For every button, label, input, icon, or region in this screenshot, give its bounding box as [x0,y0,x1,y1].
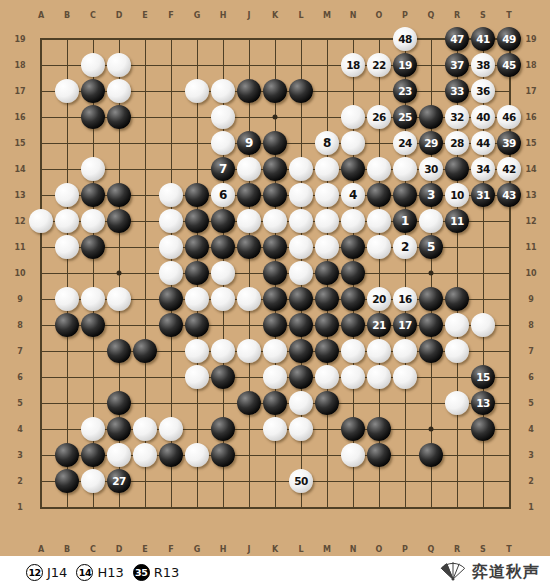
move-number-31: 31 [476,190,490,201]
caption-coord-label: R13 [154,565,180,580]
stone-D9[interactable] [107,287,131,311]
stone-G8[interactable] [185,313,209,337]
stone-O4[interactable] [367,417,391,441]
stone-P13[interactable] [393,183,417,207]
stone-F8[interactable] [159,313,183,337]
stone-B12[interactable] [55,209,79,233]
stone-C12[interactable] [81,209,105,233]
move-number-25: 25 [398,112,412,123]
stone-G9[interactable] [185,287,209,311]
stone-K8[interactable] [263,313,287,337]
hoshi-D10 [117,271,122,276]
stone-M9[interactable] [315,287,339,311]
stone-R12[interactable]: 11 [445,209,469,233]
move-number-39: 39 [502,138,516,149]
stone-R7[interactable] [445,339,469,363]
stone-F12[interactable] [159,209,183,233]
move-number-38: 38 [476,60,490,71]
hoshi-Q4 [429,427,434,432]
stone-Q11[interactable]: 5 [419,235,443,259]
stone-B9[interactable] [55,287,79,311]
stone-J7[interactable] [237,339,261,363]
move-number-22: 22 [372,60,386,71]
stone-O3[interactable] [367,443,391,467]
stone-Q7[interactable] [419,339,443,363]
stone-J14[interactable] [237,157,261,181]
black-stone-glyph-35: 35 [133,564,150,581]
move-number-44: 44 [476,138,490,149]
stone-M12[interactable] [315,209,339,233]
stone-C8[interactable] [81,313,105,337]
stone-C2[interactable] [81,469,105,493]
stone-R9[interactable] [445,287,469,311]
move-number-33: 33 [450,86,464,97]
stone-L9[interactable] [289,287,313,311]
stone-N8[interactable] [341,313,365,337]
stone-F13[interactable] [159,183,183,207]
stone-T19[interactable]: 49 [497,27,521,51]
stone-S5[interactable]: 13 [471,391,495,415]
stone-H3[interactable] [211,443,235,467]
stone-O14[interactable] [367,157,391,181]
stone-T14[interactable]: 42 [497,157,521,181]
move-number-48: 48 [398,34,412,45]
move-number-26: 26 [372,112,386,123]
stone-K12[interactable] [263,209,287,233]
stone-J13[interactable] [237,183,261,207]
stone-D17[interactable] [107,79,131,103]
stone-F11[interactable] [159,235,183,259]
move-number-29: 29 [424,138,438,149]
stone-G13[interactable] [185,183,209,207]
stone-P17[interactable]: 23 [393,79,417,103]
stone-H4[interactable] [211,417,235,441]
stone-D4[interactable] [107,417,131,441]
stone-D2[interactable]: 27 [107,469,131,493]
stone-Q13[interactable]: 3 [419,183,443,207]
stone-K11[interactable] [263,235,287,259]
stone-M13[interactable] [315,183,339,207]
stone-O6[interactable] [367,365,391,389]
move-number-10: 10 [450,190,464,201]
stone-S14[interactable]: 34 [471,157,495,181]
stone-E3[interactable] [133,443,157,467]
stone-M14[interactable] [315,157,339,181]
stone-K9[interactable] [263,287,287,311]
move-number-17: 17 [398,320,412,331]
caption-entry-move35: 35 R13 [133,564,180,581]
stone-B2[interactable] [55,469,79,493]
stone-N11[interactable] [341,235,365,259]
stone-H12[interactable] [211,209,235,233]
stone-S6[interactable]: 15 [471,365,495,389]
stone-T16[interactable]: 46 [497,105,521,129]
stone-L11[interactable] [289,235,313,259]
white-stone-glyph-12: 12 [26,564,43,581]
move-number-8: 8 [323,137,331,149]
stone-C13[interactable] [81,183,105,207]
stone-S15[interactable]: 44 [471,131,495,155]
stone-O18[interactable]: 22 [367,53,391,77]
stone-T15[interactable]: 39 [497,131,521,155]
move-number-19: 19 [398,60,412,71]
stone-R15[interactable]: 28 [445,131,469,155]
stone-O12[interactable] [367,209,391,233]
stone-F4[interactable] [159,417,183,441]
stone-D12[interactable] [107,209,131,233]
stone-K7[interactable] [263,339,287,363]
stone-R5[interactable] [445,391,469,415]
stone-J5[interactable] [237,391,261,415]
stone-L17[interactable] [289,79,313,103]
stone-H14[interactable]: 7 [211,157,235,181]
stone-P7[interactable] [393,339,417,363]
stone-H16[interactable] [211,105,235,129]
stone-P8[interactable]: 17 [393,313,417,337]
stone-N18[interactable]: 18 [341,53,365,77]
stone-D13[interactable] [107,183,131,207]
stone-N10[interactable] [341,261,365,285]
move-number-45: 45 [502,60,516,71]
stone-M5[interactable] [315,391,339,415]
stone-D3[interactable] [107,443,131,467]
stone-Q12[interactable] [419,209,443,233]
move-number-46: 46 [502,112,516,123]
stone-F9[interactable] [159,287,183,311]
stone-P12[interactable]: 1 [393,209,417,233]
stone-F10[interactable] [159,261,183,285]
move-number-49: 49 [502,34,516,45]
stone-Q14[interactable]: 30 [419,157,443,181]
stone-B17[interactable] [55,79,79,103]
caption-entry-move14: 14 H13 [76,564,123,581]
stone-K14[interactable] [263,157,287,181]
move-number-37: 37 [450,60,464,71]
caption-coord-label: H13 [97,565,123,580]
stone-Q15[interactable]: 29 [419,131,443,155]
stone-O8[interactable]: 21 [367,313,391,337]
logo-text: 弈道秋声 [472,562,540,583]
stone-B8[interactable] [55,313,79,337]
stone-L14[interactable] [289,157,313,181]
white-stone-glyph-14: 14 [76,564,93,581]
move-number-6: 6 [219,189,227,201]
move-number-16: 16 [398,294,412,305]
move-number-24: 24 [398,138,412,149]
move-number-43: 43 [502,190,516,201]
stone-C18[interactable] [81,53,105,77]
stone-B3[interactable] [55,443,79,467]
stone-M7[interactable] [315,339,339,363]
hoshi-K16 [273,115,278,120]
stone-K17[interactable] [263,79,287,103]
stone-K15[interactable] [263,131,287,155]
stone-N12[interactable] [341,209,365,233]
stone-C3[interactable] [81,443,105,467]
stone-N14[interactable] [341,157,365,181]
stone-H9[interactable] [211,287,235,311]
move-number-40: 40 [476,112,490,123]
move-number-4: 4 [349,189,357,201]
stone-L2[interactable]: 50 [289,469,313,493]
stone-K6[interactable] [263,365,287,389]
stone-K13[interactable] [263,183,287,207]
stone-M10[interactable] [315,261,339,285]
stone-E7[interactable] [133,339,157,363]
stone-N9[interactable] [341,287,365,311]
stone-H15[interactable] [211,131,235,155]
move-number-7: 7 [219,163,227,175]
caption-coord-label: J14 [47,565,67,580]
stone-K4[interactable] [263,417,287,441]
stone-O16[interactable]: 26 [367,105,391,129]
stone-S8[interactable] [471,313,495,337]
move-number-9: 9 [245,137,253,149]
stone-Q9[interactable] [419,287,443,311]
stone-N3[interactable] [341,443,365,467]
move-number-20: 20 [372,294,386,305]
stone-L4[interactable] [289,417,313,441]
stone-G10[interactable] [185,261,209,285]
stone-N13[interactable]: 4 [341,183,365,207]
stone-H11[interactable] [211,235,235,259]
move-number-32: 32 [450,112,464,123]
stone-J17[interactable] [237,79,261,103]
stone-R17[interactable]: 33 [445,79,469,103]
stone-L10[interactable] [289,261,313,285]
stone-R14[interactable] [445,157,469,181]
stone-L5[interactable] [289,391,313,415]
move-number-18: 18 [346,60,360,71]
stone-G7[interactable] [185,339,209,363]
stone-O11[interactable] [367,235,391,259]
stone-T18[interactable]: 45 [497,53,521,77]
hoshi-Q10 [429,271,434,276]
stone-R8[interactable] [445,313,469,337]
stone-S16[interactable]: 40 [471,105,495,129]
move-number-36: 36 [476,86,490,97]
stone-G6[interactable] [185,365,209,389]
stone-O9[interactable]: 20 [367,287,391,311]
stone-H6[interactable] [211,365,235,389]
move-number-2: 2 [401,241,409,253]
stone-Q3[interactable] [419,443,443,467]
move-number-23: 23 [398,86,412,97]
move-number-42: 42 [502,164,516,175]
stone-N16[interactable] [341,105,365,129]
stone-K10[interactable] [263,261,287,285]
move-number-34: 34 [476,164,490,175]
stone-G3[interactable] [185,443,209,467]
stone-T13[interactable]: 43 [497,183,521,207]
stone-B11[interactable] [55,235,79,259]
stone-H13[interactable]: 6 [211,183,235,207]
stone-K5[interactable] [263,391,287,415]
stone-G11[interactable] [185,235,209,259]
stone-H17[interactable] [211,79,235,103]
stone-M11[interactable] [315,235,339,259]
stone-P16[interactable]: 25 [393,105,417,129]
stone-J11[interactable] [237,235,261,259]
stone-D18[interactable] [107,53,131,77]
stone-S13[interactable]: 31 [471,183,495,207]
stone-S4[interactable] [471,417,495,441]
stone-L6[interactable] [289,365,313,389]
stone-L7[interactable] [289,339,313,363]
stone-P14[interactable] [393,157,417,181]
stones-layer: 4847414918221937384523333626253240469824… [0,0,550,556]
stone-S17[interactable]: 36 [471,79,495,103]
move-number-28: 28 [450,138,464,149]
stone-H7[interactable] [211,339,235,363]
stone-O7[interactable] [367,339,391,363]
move-number-15: 15 [476,372,490,383]
move-number-3: 3 [427,189,435,201]
stone-C16[interactable] [81,105,105,129]
move-number-30: 30 [424,164,438,175]
stone-S19[interactable]: 41 [471,27,495,51]
stone-R18[interactable]: 37 [445,53,469,77]
stone-M8[interactable] [315,313,339,337]
stone-N6[interactable] [341,365,365,389]
move-number-13: 13 [476,398,490,409]
stone-C14[interactable] [81,157,105,181]
move-number-41: 41 [476,34,490,45]
move-number-47: 47 [450,34,464,45]
folding-fan-icon [438,558,468,586]
stone-N4[interactable] [341,417,365,441]
stone-C17[interactable] [81,79,105,103]
stone-Q8[interactable] [419,313,443,337]
stone-P18[interactable]: 19 [393,53,417,77]
move-number-27: 27 [112,476,126,487]
stone-H10[interactable] [211,261,235,285]
stone-P15[interactable]: 24 [393,131,417,155]
stone-P6[interactable] [393,365,417,389]
stone-J9[interactable] [237,287,261,311]
stone-L12[interactable] [289,209,313,233]
stone-M15[interactable]: 8 [315,131,339,155]
stone-G12[interactable] [185,209,209,233]
go-diagram: ABCDEFGHJKLMNOPQRST ABCDEFGHJKLMNOPQRST … [0,0,550,588]
stone-L8[interactable] [289,313,313,337]
move-number-11: 11 [450,216,464,227]
stone-L13[interactable] [289,183,313,207]
stone-P19[interactable]: 48 [393,27,417,51]
stone-O13[interactable] [367,183,391,207]
stone-N7[interactable] [341,339,365,363]
stone-N15[interactable] [341,131,365,155]
stone-S18[interactable]: 38 [471,53,495,77]
move-number-1: 1 [401,215,409,227]
board-background: ABCDEFGHJKLMNOPQRST ABCDEFGHJKLMNOPQRST … [0,0,550,556]
stone-J15[interactable]: 9 [237,131,261,155]
stone-C9[interactable] [81,287,105,311]
stone-D5[interactable] [107,391,131,415]
move-number-5: 5 [427,241,435,253]
stone-P9[interactable]: 16 [393,287,417,311]
stone-D16[interactable] [107,105,131,129]
stone-Q16[interactable] [419,105,443,129]
stone-R19[interactable]: 47 [445,27,469,51]
stone-F3[interactable] [159,443,183,467]
stone-G17[interactable] [185,79,209,103]
stone-E4[interactable] [133,417,157,441]
stone-R13[interactable]: 10 [445,183,469,207]
stone-P11[interactable]: 2 [393,235,417,259]
stone-C11[interactable] [81,235,105,259]
stone-C4[interactable] [81,417,105,441]
stone-D7[interactable] [107,339,131,363]
move-number-50: 50 [294,476,308,487]
stone-R16[interactable]: 32 [445,105,469,129]
stone-M6[interactable] [315,365,339,389]
publisher-logo: 弈道秋声 [438,558,540,586]
move-number-21: 21 [372,320,386,331]
stone-J12[interactable] [237,209,261,233]
caption-entry-move12: 12 J14 [26,564,67,581]
stone-B13[interactable] [55,183,79,207]
stone-A12[interactable] [29,209,53,233]
